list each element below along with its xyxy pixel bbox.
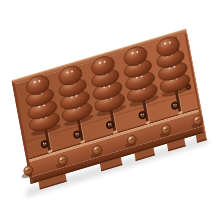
product-photo (0, 0, 222, 222)
bass-bridge-photo (0, 0, 222, 222)
